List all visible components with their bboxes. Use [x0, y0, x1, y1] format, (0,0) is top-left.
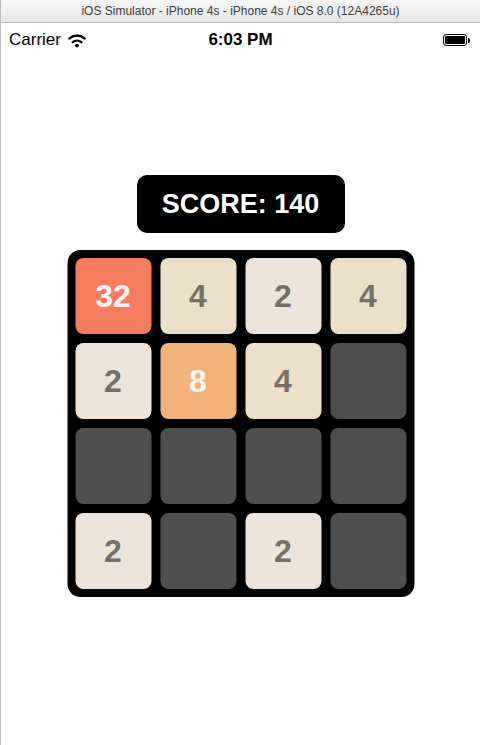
empty-cell: [330, 428, 406, 504]
tile-4: 4: [245, 343, 321, 419]
tile-8: 8: [160, 343, 236, 419]
tile-2: 2: [75, 343, 151, 419]
window-titlebar[interactable]: iOS Simulator - iPhone 4s - iPhone 4s / …: [1, 0, 480, 23]
battery-icon: [443, 34, 467, 46]
board[interactable]: 3242428422: [67, 250, 414, 597]
tile-4: 4: [330, 258, 406, 334]
status-bar-right: [443, 24, 470, 56]
simulator-window: iOS Simulator - iPhone 4s - iPhone 4s / …: [0, 0, 480, 745]
empty-cell: [330, 513, 406, 589]
empty-cell: [160, 513, 236, 589]
tile-2: 2: [75, 513, 151, 589]
empty-cell: [160, 428, 236, 504]
battery-fill: [445, 36, 465, 44]
score-text: SCORE: 140: [162, 189, 320, 220]
score-badge: SCORE: 140: [137, 175, 345, 233]
empty-cell: [75, 428, 151, 504]
empty-cell: [330, 343, 406, 419]
tile-2: 2: [245, 258, 321, 334]
empty-cell: [245, 428, 321, 504]
ios-status-bar: Carrier 6:03 PM: [1, 24, 480, 56]
tile-2: 2: [245, 513, 321, 589]
tile-4: 4: [160, 258, 236, 334]
window-title: iOS Simulator - iPhone 4s - iPhone 4s / …: [81, 4, 399, 18]
tile-32: 32: [75, 258, 151, 334]
status-time: 6:03 PM: [1, 24, 480, 56]
battery-nub: [468, 38, 470, 43]
